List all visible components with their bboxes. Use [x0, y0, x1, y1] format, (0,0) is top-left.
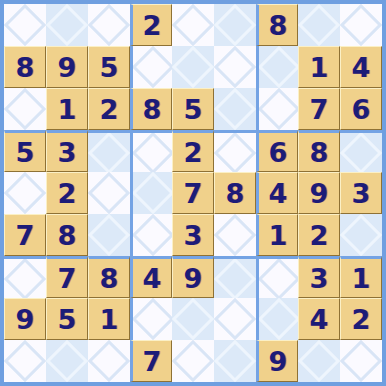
cell-r7c7[interactable] — [256, 256, 298, 298]
given-digit: 3 — [58, 139, 77, 166]
given-digit: 2 — [184, 139, 203, 166]
empty-cell-diamond-icon — [257, 88, 298, 130]
given-digit: 7 — [16, 222, 35, 249]
cell-r3c2: 1 — [46, 88, 88, 130]
sudoku-board: 2889514128576532682784937831278493195142… — [0, 0, 386, 386]
empty-cell-diamond-icon — [257, 298, 298, 340]
given-digit: 8 — [226, 180, 245, 207]
cell-r5c2: 2 — [46, 172, 88, 214]
empty-cell-diamond-icon — [214, 257, 256, 298]
empty-cell-diamond-icon — [88, 214, 130, 256]
empty-cell-diamond-icon — [257, 46, 298, 88]
cell-r3c1[interactable] — [4, 88, 46, 130]
cell-r7c9: 1 — [340, 256, 382, 298]
empty-cell-diamond-icon — [214, 88, 256, 130]
empty-cell-diamond-icon — [4, 340, 46, 382]
given-digit: 6 — [352, 96, 371, 123]
cell-r8c7[interactable] — [256, 298, 298, 340]
empty-cell-diamond-icon — [131, 214, 172, 256]
cell-r2c9: 4 — [340, 46, 382, 88]
cell-r6c9[interactable] — [340, 214, 382, 256]
cell-r6c2: 8 — [46, 214, 88, 256]
cell-r5c7: 4 — [256, 172, 298, 214]
cell-r5c8: 9 — [298, 172, 340, 214]
cell-r8c3: 1 — [88, 298, 130, 340]
given-digit: 9 — [16, 306, 35, 333]
given-digit: 4 — [310, 306, 329, 333]
cell-r6c6[interactable] — [214, 214, 256, 256]
cell-r6c8: 2 — [298, 214, 340, 256]
cell-r2c1: 8 — [4, 46, 46, 88]
given-digit: 1 — [352, 265, 371, 292]
given-digit: 2 — [58, 180, 77, 207]
cell-r9c9[interactable] — [340, 340, 382, 382]
given-digit: 1 — [310, 54, 329, 81]
given-digit: 2 — [352, 306, 371, 333]
cell-r2c2: 9 — [46, 46, 88, 88]
empty-cell-diamond-icon — [340, 340, 382, 382]
given-digit: 7 — [58, 265, 77, 292]
cell-r5c1[interactable] — [4, 172, 46, 214]
empty-cell-diamond-icon — [88, 340, 130, 382]
cell-r1c3[interactable] — [88, 4, 130, 46]
given-digit: 4 — [143, 265, 162, 292]
cell-r7c8: 3 — [298, 256, 340, 298]
cell-r3c9: 6 — [340, 88, 382, 130]
cell-r9c2[interactable] — [46, 340, 88, 382]
cell-r3c7[interactable] — [256, 88, 298, 130]
cell-r9c8[interactable] — [298, 340, 340, 382]
cell-r1c7: 8 — [256, 4, 298, 46]
cell-r7c1[interactable] — [4, 256, 46, 298]
given-digit: 9 — [184, 265, 203, 292]
cell-r6c7: 1 — [256, 214, 298, 256]
empty-cell-diamond-icon — [172, 4, 214, 46]
cell-r9c1[interactable] — [4, 340, 46, 382]
given-digit: 6 — [269, 139, 288, 166]
cell-r6c4[interactable] — [130, 214, 172, 256]
given-digit: 8 — [269, 12, 288, 39]
empty-cell-diamond-icon — [340, 214, 382, 256]
cell-r6c3[interactable] — [88, 214, 130, 256]
cell-r4c1: 5 — [4, 130, 46, 172]
given-digit: 5 — [58, 306, 77, 333]
cell-r1c1[interactable] — [4, 4, 46, 46]
empty-cell-diamond-icon — [172, 298, 214, 340]
cell-r7c5: 9 — [172, 256, 214, 298]
given-digit: 7 — [310, 96, 329, 123]
cell-r9c6[interactable] — [214, 340, 256, 382]
cell-r5c3[interactable] — [88, 172, 130, 214]
cell-r8c5[interactable] — [172, 298, 214, 340]
cell-r7c2: 7 — [46, 256, 88, 298]
cell-r5c5: 7 — [172, 172, 214, 214]
empty-cell-diamond-icon — [214, 298, 256, 340]
cell-r4c5: 2 — [172, 130, 214, 172]
cell-r8c2: 5 — [46, 298, 88, 340]
given-digit: 5 — [184, 96, 203, 123]
empty-cell-diamond-icon — [88, 4, 130, 46]
cell-r2c7[interactable] — [256, 46, 298, 88]
cell-r1c5[interactable] — [172, 4, 214, 46]
cell-r2c3: 5 — [88, 46, 130, 88]
cell-r2c8: 1 — [298, 46, 340, 88]
empty-cell-diamond-icon — [4, 257, 46, 298]
empty-cell-diamond-icon — [257, 257, 298, 298]
cell-r8c8: 4 — [298, 298, 340, 340]
cell-r3c4: 8 — [130, 88, 172, 130]
given-digit: 3 — [310, 265, 329, 292]
empty-cell-diamond-icon — [131, 46, 172, 88]
empty-cell-diamond-icon — [172, 46, 214, 88]
empty-cell-diamond-icon — [298, 340, 340, 382]
cell-r1c6[interactable] — [214, 4, 256, 46]
empty-cell-diamond-icon — [298, 4, 340, 46]
given-digit: 4 — [352, 54, 371, 81]
given-digit: 8 — [58, 222, 77, 249]
cell-r4c8: 8 — [298, 130, 340, 172]
cell-r9c7: 9 — [256, 340, 298, 382]
cell-r4c9[interactable] — [340, 130, 382, 172]
given-digit: 3 — [184, 222, 203, 249]
empty-cell-diamond-icon — [4, 4, 46, 46]
empty-cell-diamond-icon — [46, 340, 88, 382]
given-digit: 2 — [143, 12, 162, 39]
cell-r4c6[interactable] — [214, 130, 256, 172]
given-digit: 1 — [269, 222, 288, 249]
cell-r1c8[interactable] — [298, 4, 340, 46]
given-digit: 9 — [269, 348, 288, 375]
empty-cell-diamond-icon — [88, 172, 130, 214]
empty-cell-diamond-icon — [4, 172, 46, 214]
cell-r5c4[interactable] — [130, 172, 172, 214]
cell-r4c3[interactable] — [88, 130, 130, 172]
given-digit: 8 — [310, 139, 329, 166]
cell-r8c4[interactable] — [130, 298, 172, 340]
cell-r6c5: 3 — [172, 214, 214, 256]
given-digit: 5 — [100, 54, 119, 81]
empty-cell-diamond-icon — [131, 298, 172, 340]
cell-r9c3[interactable] — [88, 340, 130, 382]
cell-r3c3: 2 — [88, 88, 130, 130]
cell-r7c4: 4 — [130, 256, 172, 298]
cell-r8c1: 9 — [4, 298, 46, 340]
given-digit: 4 — [269, 180, 288, 207]
empty-cell-diamond-icon — [172, 340, 214, 382]
given-digit: 8 — [100, 265, 119, 292]
given-digit: 5 — [16, 139, 35, 166]
cell-r5c6: 8 — [214, 172, 256, 214]
given-digit: 8 — [16, 54, 35, 81]
given-digit: 2 — [310, 222, 329, 249]
given-digit: 9 — [310, 180, 329, 207]
empty-cell-diamond-icon — [214, 131, 256, 172]
given-digit: 3 — [352, 180, 371, 207]
cell-r4c7: 6 — [256, 130, 298, 172]
empty-cell-diamond-icon — [131, 131, 172, 172]
given-digit: 9 — [58, 54, 77, 81]
empty-cell-diamond-icon — [340, 4, 382, 46]
empty-cell-diamond-icon — [214, 214, 256, 256]
cell-r1c2[interactable] — [46, 4, 88, 46]
cell-r2c5[interactable] — [172, 46, 214, 88]
cell-r2c4[interactable] — [130, 46, 172, 88]
cell-r8c9: 2 — [340, 298, 382, 340]
given-digit: 7 — [184, 180, 203, 207]
cell-r3c5: 5 — [172, 88, 214, 130]
cell-r3c6[interactable] — [214, 88, 256, 130]
empty-cell-diamond-icon — [214, 340, 256, 382]
cell-r4c4[interactable] — [130, 130, 172, 172]
cell-r6c1: 7 — [4, 214, 46, 256]
cell-r1c9[interactable] — [340, 4, 382, 46]
empty-cell-diamond-icon — [88, 131, 130, 172]
cell-r4c2: 3 — [46, 130, 88, 172]
empty-cell-diamond-icon — [4, 88, 46, 130]
empty-cell-diamond-icon — [214, 4, 256, 46]
cell-r2c6[interactable] — [214, 46, 256, 88]
given-digit: 1 — [100, 306, 119, 333]
cell-r8c6[interactable] — [214, 298, 256, 340]
empty-cell-diamond-icon — [340, 131, 382, 172]
cell-r3c8: 7 — [298, 88, 340, 130]
empty-cell-diamond-icon — [46, 4, 88, 46]
given-digit: 2 — [100, 96, 119, 123]
cell-r7c6[interactable] — [214, 256, 256, 298]
given-digit: 1 — [58, 96, 77, 123]
cell-r5c9: 3 — [340, 172, 382, 214]
cell-r9c4: 7 — [130, 340, 172, 382]
given-digit: 8 — [143, 96, 162, 123]
given-digit: 7 — [143, 348, 162, 375]
empty-cell-diamond-icon — [214, 46, 256, 88]
empty-cell-diamond-icon — [131, 172, 172, 214]
cell-r1c4: 2 — [130, 4, 172, 46]
cell-r9c5[interactable] — [172, 340, 214, 382]
cell-r7c3: 8 — [88, 256, 130, 298]
